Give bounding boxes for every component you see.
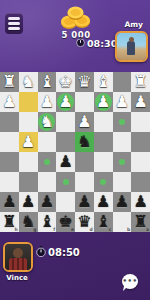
square-d6[interactable] — [75, 172, 94, 192]
file-label-f: f — [53, 227, 55, 232]
piece-wP-h2: ♟ — [2, 92, 16, 112]
piece-wB-c1: ♝ — [96, 72, 110, 92]
square-g1[interactable]: ♞ — [19, 72, 38, 92]
menu-button[interactable] — [5, 13, 23, 34]
square-c3[interactable] — [94, 112, 113, 132]
square-a6[interactable] — [131, 172, 150, 192]
file-label-b: b — [127, 227, 130, 232]
move-hint-dot — [119, 119, 125, 125]
square-a8[interactable]: ♜a — [131, 212, 150, 232]
square-h8[interactable]: ♜h — [0, 212, 19, 232]
piece-wN-g1: ♞ — [21, 72, 35, 92]
square-h3[interactable] — [0, 112, 19, 132]
file-label-c: c — [109, 227, 112, 232]
piece-wP-f2: ♟ — [40, 92, 54, 112]
square-f3[interactable]: ♞ — [38, 112, 57, 132]
square-g6[interactable] — [19, 172, 38, 192]
piece-wB-f1: ♝ — [40, 72, 54, 92]
piece-bP-d7: ♟ — [77, 192, 91, 212]
piece-wP-e2: ♟ — [58, 92, 72, 112]
square-e8[interactable]: ♚e — [56, 212, 75, 232]
square-g7[interactable]: ♟ — [19, 192, 38, 212]
piece-bP-f7: ♟ — [40, 192, 54, 212]
file-label-d: d — [90, 227, 93, 232]
file-label-e: e — [71, 227, 74, 232]
hamburger-icon — [8, 17, 20, 20]
square-h4[interactable] — [0, 132, 19, 152]
square-e1[interactable]: ♚ — [56, 72, 75, 92]
square-b3[interactable] — [113, 112, 132, 132]
square-f1[interactable]: ♝ — [38, 72, 57, 92]
opponent-clock-time: 08:30 — [87, 38, 117, 49]
square-h5[interactable] — [0, 152, 19, 172]
piece-wP-g4: ♟ — [21, 132, 35, 152]
square-a4[interactable] — [131, 132, 150, 152]
chat-dots-icon: ••• — [123, 278, 138, 285]
piece-wP-b2: ♟ — [115, 92, 129, 112]
square-c2[interactable]: ♟ — [94, 92, 113, 112]
piece-bP-a7: ♟ — [133, 192, 147, 212]
file-label-a: a — [146, 227, 149, 232]
square-g2[interactable] — [19, 92, 38, 112]
hamburger-icon — [8, 27, 20, 30]
square-e5[interactable]: ♟ — [56, 152, 75, 172]
move-hint-dot — [44, 159, 50, 165]
piece-bN-d4: ♞ — [77, 132, 91, 152]
piece-wR-h1: ♜ — [2, 72, 16, 92]
player-clock-time: 08:50 — [48, 247, 80, 258]
square-d2[interactable] — [75, 92, 94, 112]
square-g4[interactable]: ♟ — [19, 132, 38, 152]
square-b5[interactable] — [113, 152, 132, 172]
square-b7[interactable]: ♟ — [113, 192, 132, 212]
square-b1[interactable] — [113, 72, 132, 92]
move-hint-dot — [119, 159, 125, 165]
square-c1[interactable]: ♝ — [94, 72, 113, 92]
piece-bP-e5: ♟ — [58, 152, 72, 172]
square-c5[interactable] — [94, 152, 113, 172]
square-c7[interactable]: ♟ — [94, 192, 113, 212]
piece-wN-f3: ♞ — [40, 112, 54, 132]
square-h7[interactable]: ♟ — [0, 192, 19, 212]
square-e3[interactable] — [56, 112, 75, 132]
move-hint-dot — [63, 179, 69, 185]
square-a2[interactable]: ♟ — [131, 92, 150, 112]
square-e2[interactable]: ♟ — [56, 92, 75, 112]
square-d8[interactable]: ♛d — [75, 212, 94, 232]
square-d5[interactable] — [75, 152, 94, 172]
opponent-clock: 08:30 — [76, 37, 117, 49]
piece-bP-c7: ♟ — [96, 192, 110, 212]
square-a1[interactable]: ♜ — [131, 72, 150, 92]
hamburger-icon — [8, 22, 20, 25]
opponent-name: Amy — [83, 20, 143, 29]
square-g3[interactable] — [19, 112, 38, 132]
file-label-g: g — [33, 227, 36, 232]
square-c4[interactable] — [94, 132, 113, 152]
square-b2[interactable]: ♟ — [113, 92, 132, 112]
square-h6[interactable] — [0, 172, 19, 192]
square-f4[interactable] — [38, 132, 57, 152]
plaid-shirt — [9, 258, 27, 270]
square-e7[interactable] — [56, 192, 75, 212]
person-silhouette — [13, 248, 23, 258]
chess-board: ♜♞♝♚♛♝♜♟♟♟♟♟♟♞♟♟♞♟♟♟♟♟♟♟♟♜h♞g♝f♚e♛d♝cb♜a — [0, 72, 150, 232]
stopwatch-icon — [76, 37, 85, 49]
square-a5[interactable] — [131, 152, 150, 172]
opponent-photo — [117, 33, 146, 60]
chat-bubble-button[interactable]: ••• — [122, 274, 138, 289]
piece-bP-b7: ♟ — [115, 192, 129, 212]
square-g8[interactable]: ♞g — [19, 212, 38, 232]
person-silhouette — [127, 41, 135, 55]
move-hint-dot — [100, 179, 106, 185]
piece-wQ-d1: ♛ — [77, 72, 91, 92]
square-f2[interactable]: ♟ — [38, 92, 57, 112]
piece-bP-h7: ♟ — [2, 192, 16, 212]
piece-wP-c2: ♟ — [96, 92, 110, 112]
chess-game-screen: 5 000 Amy 08:30 ♜♞♝♚♛♝♜♟♟♟♟♟♟♞♟♟♞♟♟♟♟♟♟♟… — [0, 0, 150, 300]
square-c8[interactable]: ♝c — [94, 212, 113, 232]
square-d1[interactable]: ♛ — [75, 72, 94, 92]
square-a7[interactable]: ♟ — [131, 192, 150, 212]
square-b4[interactable] — [113, 132, 132, 152]
square-a3[interactable] — [131, 112, 150, 132]
square-f5[interactable] — [38, 152, 57, 172]
piece-bB-f8: ♝ — [40, 212, 54, 232]
player-photo — [5, 244, 31, 270]
square-h1[interactable]: ♜ — [0, 72, 19, 92]
piece-wP-d3: ♟ — [77, 112, 91, 132]
player-clock: 08:50 — [36, 246, 80, 259]
piece-bP-g7: ♟ — [21, 192, 35, 212]
square-f7[interactable]: ♟ — [38, 192, 57, 212]
square-b8[interactable]: b — [113, 212, 132, 232]
square-e4[interactable] — [56, 132, 75, 152]
piece-wR-a1: ♜ — [133, 72, 147, 92]
player-avatar — [3, 242, 33, 272]
stopwatch-icon — [36, 246, 46, 259]
square-d7[interactable]: ♟ — [75, 192, 94, 212]
square-c6[interactable] — [94, 172, 113, 192]
piece-wP-a2: ♟ — [133, 92, 147, 112]
square-f8[interactable]: ♝f — [38, 212, 57, 232]
square-f6[interactable] — [38, 172, 57, 192]
opponent-avatar — [115, 31, 148, 62]
square-b6[interactable] — [113, 172, 132, 192]
square-g5[interactable] — [19, 152, 38, 172]
square-e6[interactable] — [56, 172, 75, 192]
square-d3[interactable]: ♟ — [75, 112, 94, 132]
square-d4[interactable]: ♞ — [75, 132, 94, 152]
square-h2[interactable]: ♟ — [0, 92, 19, 112]
player-name: Vince — [0, 274, 34, 282]
piece-wK-e1: ♚ — [58, 72, 72, 92]
file-label-h: h — [15, 227, 18, 232]
